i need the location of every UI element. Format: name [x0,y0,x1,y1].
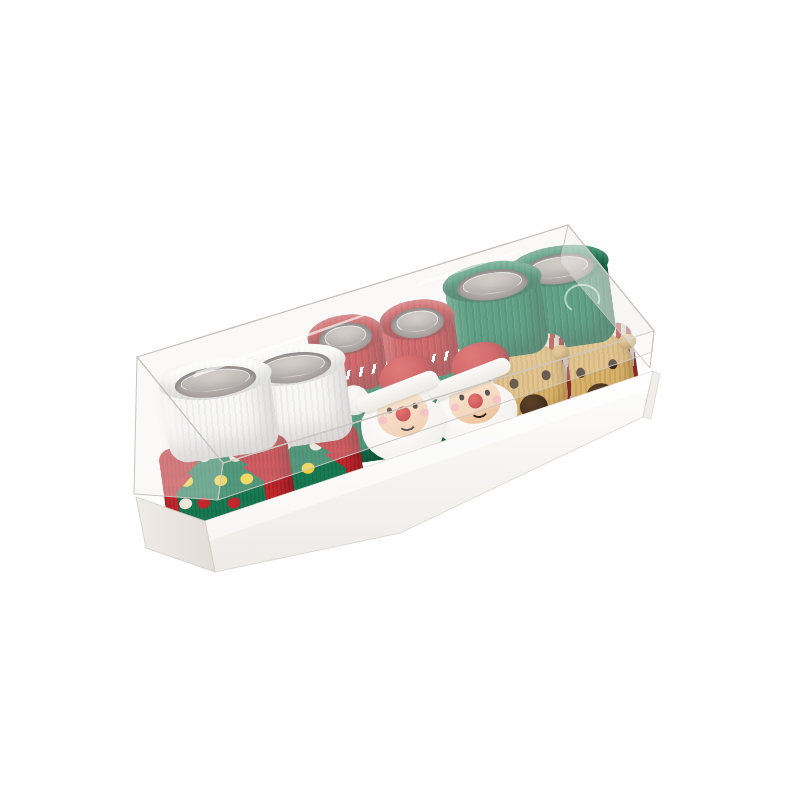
reindeer-nose-icon [518,392,549,420]
santa-cheek-icon [491,395,501,404]
reindeer-ear-icon [551,344,571,361]
sock-reindeer-left [442,260,537,273]
santa-smile-icon [469,404,491,420]
reindeer-eye-icon [541,370,551,381]
santa-eye-icon [459,394,465,401]
polka-dot [178,497,192,510]
santa-cheek-icon [450,403,460,412]
sock-tree-right [240,343,341,357]
plastic-insert [395,308,440,335]
product-photo-scene [0,0,800,800]
reindeer-eye-icon [608,359,618,370]
sock-group [0,0,800,800]
santa-smile-icon [396,417,418,433]
reindeer-eye-icon [576,367,586,378]
sock-santa-right [378,300,451,310]
polka-dot [327,478,341,491]
sock-santa-left [306,315,379,325]
polka-dot [301,462,315,475]
sock-reindeer-right [508,244,604,257]
santa-eye-icon [412,402,418,409]
reindeer-ear-icon [617,333,637,350]
sock-tree-left [159,356,268,371]
polka-dot [214,474,228,487]
polka-dot [197,497,211,510]
reindeer-nose-icon [585,381,616,409]
santa-eye-icon [387,407,393,414]
santa-face [353,361,450,470]
santa-eye-icon [485,389,491,396]
santa-cheek-icon [419,408,429,417]
polka-dot [307,485,321,498]
polka-dot [227,497,241,510]
santa-cheek-icon [378,416,388,425]
polka-dot [240,473,254,486]
polka-dot [179,475,193,488]
